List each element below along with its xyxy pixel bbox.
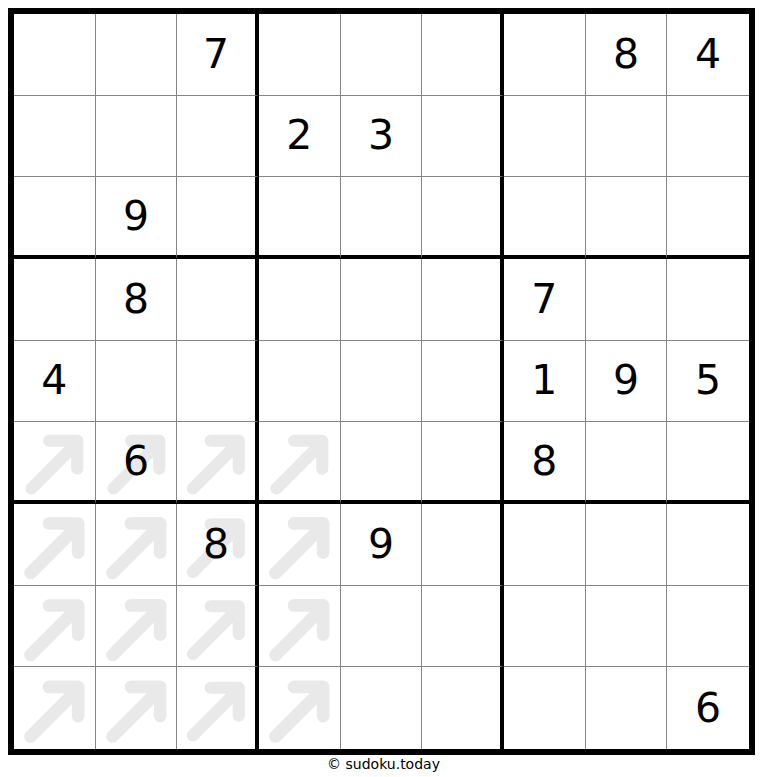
cell-r8c4[interactable] bbox=[259, 586, 341, 668]
arrow-up-right-icon bbox=[259, 586, 340, 667]
copyright-text: © sudoku.today bbox=[0, 756, 767, 772]
sudoku-board: 78423987419568896 bbox=[8, 8, 755, 755]
cell-r7c5[interactable]: 9 bbox=[341, 504, 423, 586]
cell-r3c7[interactable] bbox=[504, 177, 586, 259]
cell-r2c2[interactable] bbox=[96, 96, 178, 178]
cell-r4c2[interactable]: 8 bbox=[96, 259, 178, 341]
arrow-up-right-icon bbox=[14, 667, 95, 749]
given-digit: 2 bbox=[286, 115, 312, 156]
cell-r5c4[interactable] bbox=[259, 341, 341, 423]
cell-r4c3[interactable] bbox=[177, 259, 259, 341]
cell-r5c9[interactable]: 5 bbox=[667, 341, 749, 423]
cell-r7c8[interactable] bbox=[586, 504, 668, 586]
cell-r9c3[interactable] bbox=[177, 667, 259, 749]
cell-r7c7[interactable] bbox=[504, 504, 586, 586]
cell-r4c4[interactable] bbox=[259, 259, 341, 341]
arrow-up-right-icon bbox=[96, 667, 177, 749]
cell-r3c1[interactable] bbox=[14, 177, 96, 259]
given-digit: 9 bbox=[613, 360, 639, 401]
cell-r5c8[interactable]: 9 bbox=[586, 341, 668, 423]
cell-r6c1[interactable] bbox=[14, 422, 96, 504]
cell-r2c9[interactable] bbox=[667, 96, 749, 178]
cell-r9c4[interactable] bbox=[259, 667, 341, 749]
cell-r5c3[interactable] bbox=[177, 341, 259, 423]
given-digit: 4 bbox=[41, 360, 67, 401]
cell-r7c6[interactable] bbox=[422, 504, 504, 586]
cell-r2c5[interactable]: 3 bbox=[341, 96, 423, 178]
given-digit: 7 bbox=[531, 279, 557, 320]
cell-r7c9[interactable] bbox=[667, 504, 749, 586]
given-digit: 8 bbox=[613, 34, 639, 75]
cell-r9c7[interactable] bbox=[504, 667, 586, 749]
arrow-up-right-icon bbox=[177, 586, 255, 667]
arrow-up-right-icon bbox=[177, 422, 255, 500]
cell-r2c4[interactable]: 2 bbox=[259, 96, 341, 178]
given-digit: 6 bbox=[695, 688, 721, 729]
cell-r5c2[interactable] bbox=[96, 341, 178, 423]
cell-r7c1[interactable] bbox=[14, 504, 96, 586]
cell-r7c2[interactable] bbox=[96, 504, 178, 586]
cell-r1c7[interactable] bbox=[504, 14, 586, 96]
cell-r2c8[interactable] bbox=[586, 96, 668, 178]
cell-r3c8[interactable] bbox=[586, 177, 668, 259]
given-digit: 9 bbox=[368, 524, 394, 565]
arrow-up-right-icon bbox=[96, 504, 177, 585]
given-digit: 8 bbox=[203, 524, 229, 565]
given-digit: 7 bbox=[203, 34, 229, 75]
cell-r9c9[interactable]: 6 bbox=[667, 667, 749, 749]
cell-r2c6[interactable] bbox=[422, 96, 504, 178]
cell-r6c5[interactable] bbox=[341, 422, 423, 504]
cell-r1c8[interactable]: 8 bbox=[586, 14, 668, 96]
cell-r4c6[interactable] bbox=[422, 259, 504, 341]
arrow-up-right-icon bbox=[14, 504, 95, 585]
cell-r1c3[interactable]: 7 bbox=[177, 14, 259, 96]
cell-r8c3[interactable] bbox=[177, 586, 259, 668]
cell-r4c9[interactable] bbox=[667, 259, 749, 341]
cell-r2c3[interactable] bbox=[177, 96, 259, 178]
given-digit: 4 bbox=[695, 34, 721, 75]
cell-r8c2[interactable] bbox=[96, 586, 178, 668]
cell-r6c6[interactable] bbox=[422, 422, 504, 504]
cell-r3c2[interactable]: 9 bbox=[96, 177, 178, 259]
cell-r5c5[interactable] bbox=[341, 341, 423, 423]
cell-r1c6[interactable] bbox=[422, 14, 504, 96]
cell-r7c4[interactable] bbox=[259, 504, 341, 586]
cell-r8c5[interactable] bbox=[341, 586, 423, 668]
cell-r6c2[interactable]: 6 bbox=[96, 422, 178, 504]
cell-r2c7[interactable] bbox=[504, 96, 586, 178]
cell-r9c2[interactable] bbox=[96, 667, 178, 749]
cell-r5c6[interactable] bbox=[422, 341, 504, 423]
cell-r6c4[interactable] bbox=[259, 422, 341, 504]
cell-r9c1[interactable] bbox=[14, 667, 96, 749]
arrow-up-right-icon bbox=[96, 586, 177, 667]
cell-r6c8[interactable] bbox=[586, 422, 668, 504]
cell-r9c6[interactable] bbox=[422, 667, 504, 749]
cell-r3c9[interactable] bbox=[667, 177, 749, 259]
given-digit: 6 bbox=[123, 441, 149, 482]
cell-r1c2[interactable] bbox=[96, 14, 178, 96]
cell-r9c5[interactable] bbox=[341, 667, 423, 749]
given-digit: 8 bbox=[123, 279, 149, 320]
arrow-up-right-icon bbox=[259, 422, 340, 500]
cell-r6c7[interactable]: 8 bbox=[504, 422, 586, 504]
given-digit: 9 bbox=[123, 196, 149, 237]
cell-r8c8[interactable] bbox=[586, 586, 668, 668]
cell-r2c1[interactable] bbox=[14, 96, 96, 178]
cell-r1c9[interactable]: 4 bbox=[667, 14, 749, 96]
cell-r4c8[interactable] bbox=[586, 259, 668, 341]
cell-r8c9[interactable] bbox=[667, 586, 749, 668]
given-digit: 8 bbox=[531, 441, 557, 482]
given-digit: 1 bbox=[531, 360, 557, 401]
cell-r8c7[interactable] bbox=[504, 586, 586, 668]
cell-r1c1[interactable] bbox=[14, 14, 96, 96]
cell-r6c3[interactable] bbox=[177, 422, 259, 504]
given-digit: 5 bbox=[695, 360, 721, 401]
cell-r4c1[interactable] bbox=[14, 259, 96, 341]
arrow-up-right-icon bbox=[14, 422, 95, 500]
given-digit: 3 bbox=[368, 115, 394, 156]
cell-r3c3[interactable] bbox=[177, 177, 259, 259]
cell-r5c7[interactable]: 1 bbox=[504, 341, 586, 423]
cell-r9c8[interactable] bbox=[586, 667, 668, 749]
cell-r1c4[interactable] bbox=[259, 14, 341, 96]
cell-r1c5[interactable] bbox=[341, 14, 423, 96]
cell-r6c9[interactable] bbox=[667, 422, 749, 504]
arrow-up-right-icon bbox=[177, 667, 255, 749]
cell-r4c5[interactable] bbox=[341, 259, 423, 341]
cell-r3c4[interactable] bbox=[259, 177, 341, 259]
page: 78423987419568896 © sudoku.today bbox=[0, 0, 767, 777]
cell-r4c7[interactable]: 7 bbox=[504, 259, 586, 341]
cell-r8c6[interactable] bbox=[422, 586, 504, 668]
cell-r3c6[interactable] bbox=[422, 177, 504, 259]
cell-r5c1[interactable]: 4 bbox=[14, 341, 96, 423]
cell-r7c3[interactable]: 8 bbox=[177, 504, 259, 586]
arrow-up-right-icon bbox=[259, 667, 340, 749]
arrow-up-right-icon bbox=[14, 586, 95, 667]
cell-r8c1[interactable] bbox=[14, 586, 96, 668]
arrow-up-right-icon bbox=[259, 504, 340, 585]
cell-r3c5[interactable] bbox=[341, 177, 423, 259]
